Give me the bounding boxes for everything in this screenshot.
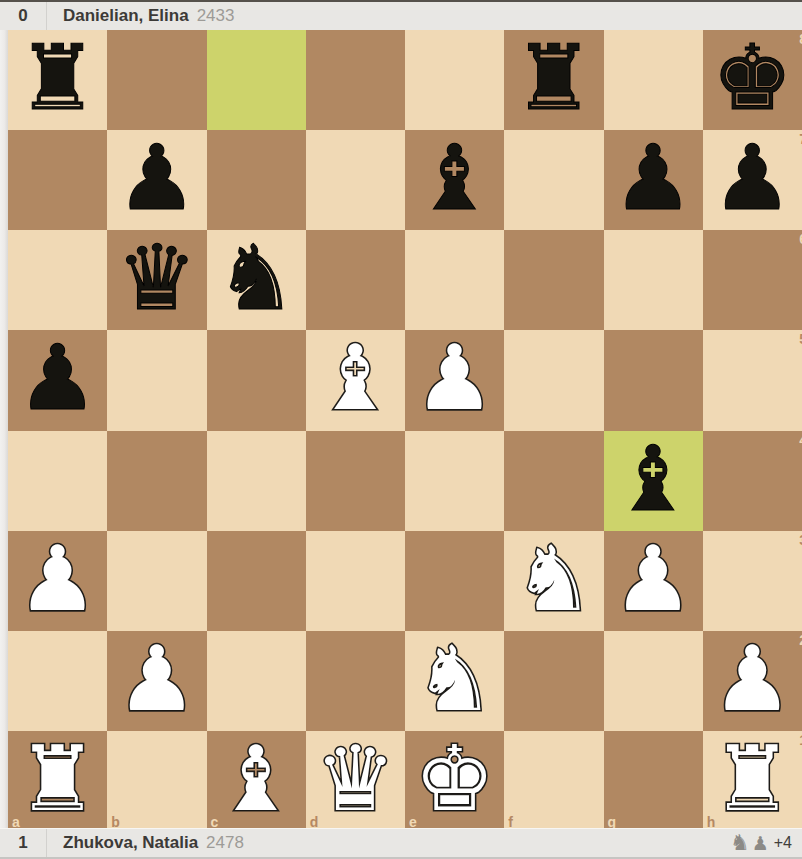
square-a7[interactable] <box>8 130 107 230</box>
top-player-rating: 2433 <box>197 6 235 26</box>
square-c1[interactable]: ♝c <box>207 731 306 831</box>
square-e1[interactable]: ♚e <box>405 731 504 831</box>
white-rook[interactable]: ♜ <box>712 734 793 824</box>
square-c8[interactable] <box>207 30 306 130</box>
square-f7[interactable] <box>504 130 603 230</box>
square-g2[interactable] <box>604 631 703 731</box>
white-knight[interactable]: ♞ <box>414 634 495 724</box>
top-player-score: 0 <box>0 2 47 30</box>
square-f2[interactable] <box>504 631 603 731</box>
square-c4[interactable] <box>207 431 306 531</box>
square-g6[interactable] <box>604 230 703 330</box>
chess-game-view: 0 Danielian, Elina 2433 ♜♜♚8♟♝♟♟7♛♞6♟♝♟5… <box>0 0 802 859</box>
square-h3[interactable]: 3 <box>703 531 802 631</box>
square-d7[interactable] <box>306 130 405 230</box>
square-b6[interactable]: ♛ <box>107 230 206 330</box>
square-a3[interactable]: ♟ <box>8 531 107 631</box>
black-pawn[interactable]: ♟ <box>712 133 793 223</box>
bottom-player-name: Zhukova, Natalia <box>63 833 198 853</box>
square-f6[interactable] <box>504 230 603 330</box>
black-rook[interactable]: ♜ <box>17 33 98 123</box>
black-knight[interactable]: ♞ <box>216 233 297 323</box>
square-d3[interactable] <box>306 531 405 631</box>
square-b4[interactable] <box>107 431 206 531</box>
white-queen[interactable]: ♛ <box>315 734 396 824</box>
square-h5[interactable]: 5 <box>703 330 802 430</box>
black-pawn[interactable]: ♟ <box>17 333 98 423</box>
square-b8[interactable] <box>107 30 206 130</box>
square-f4[interactable] <box>504 431 603 531</box>
bottom-player-rating: 2478 <box>206 833 244 853</box>
file-label-g: g <box>608 815 617 829</box>
square-g1[interactable]: g <box>604 731 703 831</box>
square-e5[interactable]: ♟ <box>405 330 504 430</box>
square-e2[interactable]: ♞ <box>405 631 504 731</box>
square-d8[interactable] <box>306 30 405 130</box>
file-label-b: b <box>111 815 120 829</box>
square-e6[interactable] <box>405 230 504 330</box>
bottom-player-bar: 1 Zhukova, Natalia 2478 ♞ ♟ +4 <box>0 828 802 859</box>
black-rook[interactable]: ♜ <box>514 33 595 123</box>
black-pawn[interactable]: ♟ <box>117 133 198 223</box>
square-h2[interactable]: ♟2 <box>703 631 802 731</box>
square-c2[interactable] <box>207 631 306 731</box>
square-a2[interactable] <box>8 631 107 731</box>
square-d5[interactable]: ♝ <box>306 330 405 430</box>
black-king[interactable]: ♚ <box>712 33 793 123</box>
square-e7[interactable]: ♝ <box>405 130 504 230</box>
white-bishop[interactable]: ♝ <box>315 333 396 423</box>
square-h1[interactable]: ♜h1 <box>703 731 802 831</box>
captured-pieces: ♞ ♟ +4 <box>730 832 796 854</box>
black-bishop[interactable]: ♝ <box>613 434 694 524</box>
white-king[interactable]: ♚ <box>414 734 495 824</box>
square-e8[interactable] <box>405 30 504 130</box>
square-a8[interactable]: ♜ <box>8 30 107 130</box>
captured-pawn-icon: ♟ <box>752 834 769 853</box>
square-h4[interactable]: 4 <box>703 431 802 531</box>
square-f5[interactable] <box>504 330 603 430</box>
white-pawn[interactable]: ♟ <box>613 534 694 624</box>
square-e3[interactable] <box>405 531 504 631</box>
material-advantage: +4 <box>774 834 792 852</box>
square-d4[interactable] <box>306 431 405 531</box>
top-player-name: Danielian, Elina <box>63 6 189 26</box>
square-b1[interactable]: b <box>107 731 206 831</box>
square-b2[interactable]: ♟ <box>107 631 206 731</box>
square-a4[interactable] <box>8 431 107 531</box>
white-pawn[interactable]: ♟ <box>17 534 98 624</box>
square-b7[interactable]: ♟ <box>107 130 206 230</box>
square-d6[interactable] <box>306 230 405 330</box>
square-d2[interactable] <box>306 631 405 731</box>
board-left-gutter <box>0 30 8 831</box>
square-c7[interactable] <box>207 130 306 230</box>
white-bishop[interactable]: ♝ <box>216 734 297 824</box>
square-d1[interactable]: ♛d <box>306 731 405 831</box>
black-pawn[interactable]: ♟ <box>613 133 694 223</box>
white-rook[interactable]: ♜ <box>17 734 98 824</box>
chess-board[interactable]: ♜♜♚8♟♝♟♟7♛♞6♟♝♟5♝4♟♞♟3♟♞♟2♜ab♝c♛d♚efg♜h1 <box>8 30 802 831</box>
square-g5[interactable] <box>604 330 703 430</box>
square-e4[interactable] <box>405 431 504 531</box>
square-g8[interactable] <box>604 30 703 130</box>
square-c3[interactable] <box>207 531 306 631</box>
square-g7[interactable]: ♟ <box>604 130 703 230</box>
square-f1[interactable]: f <box>504 731 603 831</box>
square-f8[interactable]: ♜ <box>504 30 603 130</box>
square-h7[interactable]: ♟7 <box>703 130 802 230</box>
square-h8[interactable]: ♚8 <box>703 30 802 130</box>
bottom-player-score: 1 <box>0 829 47 857</box>
square-a1[interactable]: ♜a <box>8 731 107 831</box>
black-queen[interactable]: ♛ <box>117 233 198 323</box>
square-a5[interactable]: ♟ <box>8 330 107 430</box>
square-h6[interactable]: 6 <box>703 230 802 330</box>
square-g3[interactable]: ♟ <box>604 531 703 631</box>
white-pawn[interactable]: ♟ <box>712 634 793 724</box>
square-c5[interactable] <box>207 330 306 430</box>
board-area: ♜♜♚8♟♝♟♟7♛♞6♟♝♟5♝4♟♞♟3♟♞♟2♜ab♝c♛d♚efg♜h1 <box>0 30 802 831</box>
square-b3[interactable] <box>107 531 206 631</box>
black-bishop[interactable]: ♝ <box>414 133 495 223</box>
file-label-f: f <box>508 815 513 829</box>
white-pawn[interactable]: ♟ <box>117 634 198 724</box>
white-knight[interactable]: ♞ <box>514 534 595 624</box>
white-pawn[interactable]: ♟ <box>414 333 495 423</box>
square-g4[interactable]: ♝ <box>604 431 703 531</box>
square-c6[interactable]: ♞ <box>207 230 306 330</box>
captured-knight-icon: ♞ <box>730 832 750 854</box>
square-a6[interactable] <box>8 230 107 330</box>
square-b5[interactable] <box>107 330 206 430</box>
square-f3[interactable]: ♞ <box>504 531 603 631</box>
top-player-bar: 0 Danielian, Elina 2433 <box>0 0 802 30</box>
